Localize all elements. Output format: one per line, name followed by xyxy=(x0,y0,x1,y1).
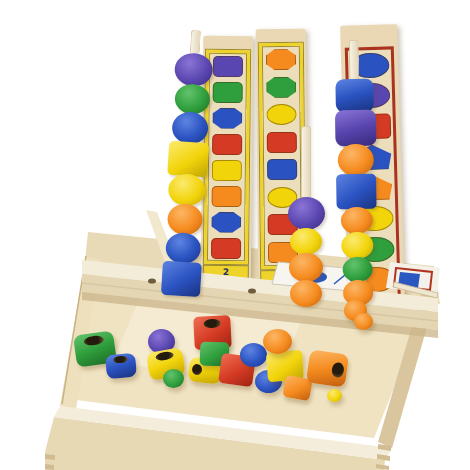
rod-bead-blue-cube xyxy=(160,261,201,297)
bead-hole xyxy=(191,363,202,375)
rod-bead-yellow-sphere xyxy=(167,173,206,207)
rod-bead-blue-cylinder xyxy=(335,79,374,113)
wooden-dowel xyxy=(301,126,311,197)
tray-bead-green-sphere xyxy=(163,369,184,388)
card-slot-rail xyxy=(0,0,470,470)
rod-bead-yellow-cube xyxy=(167,141,209,177)
rod-bead-purple-sphere xyxy=(288,197,325,230)
rod-bead-orange-sphere xyxy=(341,207,373,235)
tray-bead-orange-sphere xyxy=(263,329,292,354)
wooden-dowel xyxy=(349,40,360,79)
rod-bead-orange-sphere xyxy=(290,280,322,307)
bead-hole xyxy=(113,355,128,363)
tray-bead-yellow-sphere xyxy=(327,389,342,402)
tray-bead-orange-sphere xyxy=(354,313,373,330)
rod-2 xyxy=(284,126,328,307)
bead-hole xyxy=(155,351,173,362)
dowel-hole xyxy=(248,288,256,293)
bead-sequencing-toy-photo: 2 3 xyxy=(0,0,470,470)
rod-bead-yellow-sphere xyxy=(341,232,373,260)
rod-bead-blue-sphere xyxy=(164,232,201,265)
wooden-dowel xyxy=(190,30,201,54)
rod-bead-orange-sphere xyxy=(166,203,203,236)
rod-bead-orange-sphere xyxy=(337,144,374,177)
bead-hole xyxy=(202,318,220,328)
rod-bead-purple-cylinder xyxy=(334,110,376,147)
bead-hole xyxy=(84,334,104,346)
dowel-hole xyxy=(148,278,156,283)
rod-bead-green-sphere xyxy=(342,257,372,283)
tray-bead-blue-cylinder xyxy=(105,353,137,380)
tray-bead-orange-cylinder xyxy=(305,349,348,387)
rod-bead-purple-sphere xyxy=(174,52,214,87)
rod-bead-yellow-sphere xyxy=(290,228,322,255)
bead-hole xyxy=(331,361,345,377)
rod-bead-blue-cube xyxy=(336,174,377,210)
rod-bead-blue-sphere xyxy=(171,111,209,145)
rod-bead-green-sphere xyxy=(174,83,211,115)
rod-bead-orange-sphere xyxy=(289,253,323,282)
tray-bead-blue-sphere xyxy=(240,343,267,367)
rod-3 xyxy=(332,40,381,307)
